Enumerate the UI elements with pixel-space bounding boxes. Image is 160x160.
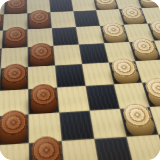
piece-brown[interactable] xyxy=(31,143,63,160)
square-d4[interactable] xyxy=(55,64,86,88)
piece-brown[interactable] xyxy=(29,47,53,66)
square-d3[interactable] xyxy=(57,86,90,113)
piece-cream[interactable] xyxy=(94,0,117,9)
checkers-app-icon xyxy=(0,0,160,160)
square-d6[interactable] xyxy=(52,27,79,46)
piece-brown[interactable] xyxy=(3,30,26,47)
square-b6[interactable] xyxy=(2,29,28,48)
checkers-board-scene xyxy=(0,0,160,160)
piece-brown[interactable] xyxy=(0,116,27,143)
piece-brown[interactable] xyxy=(1,68,27,89)
piece-cream[interactable] xyxy=(137,0,160,7)
square-c5[interactable] xyxy=(28,46,55,67)
square-b2[interactable] xyxy=(0,114,29,145)
square-b1[interactable] xyxy=(0,143,29,160)
square-d7[interactable] xyxy=(50,11,76,28)
piece-brown[interactable] xyxy=(30,89,58,113)
square-c3[interactable] xyxy=(28,88,59,115)
square-c1[interactable] xyxy=(29,141,65,160)
piece-cream[interactable] xyxy=(101,26,127,42)
piece-brown[interactable] xyxy=(29,13,51,28)
square-b4[interactable] xyxy=(0,67,28,91)
square-f1[interactable] xyxy=(127,135,160,160)
square-c7[interactable] xyxy=(27,12,52,29)
square-d5[interactable] xyxy=(53,44,82,65)
square-b8[interactable] xyxy=(4,0,27,14)
piece-brown[interactable] xyxy=(5,0,26,14)
checkers-board[interactable] xyxy=(0,0,160,160)
square-d2[interactable] xyxy=(59,111,94,141)
